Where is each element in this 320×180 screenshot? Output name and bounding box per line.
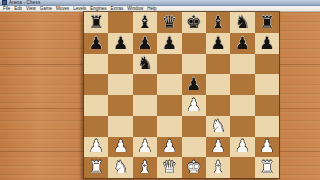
menu-item-view[interactable]: View bbox=[26, 6, 36, 11]
square-e7[interactable] bbox=[182, 33, 206, 54]
square-d8[interactable]: ♛ bbox=[157, 12, 181, 33]
black-pawn[interactable]: ♟ bbox=[137, 34, 152, 51]
square-f2[interactable]: ♟ bbox=[206, 137, 230, 158]
square-b7[interactable]: ♟ bbox=[108, 33, 132, 54]
square-g3[interactable] bbox=[230, 116, 254, 137]
square-e8[interactable]: ♚ bbox=[182, 12, 206, 33]
square-a1[interactable]: ♜ bbox=[84, 157, 108, 178]
black-pawn[interactable]: ♟ bbox=[113, 34, 128, 51]
black-knight[interactable]: ♞ bbox=[235, 13, 250, 30]
white-bishop[interactable]: ♝ bbox=[210, 159, 225, 176]
square-g4[interactable] bbox=[230, 95, 254, 116]
chess-board[interactable]: ♜♝♛♚♝♞♜♟♟♟♟♟♟♟♞♟♟♞♟♟♟♟♟♟♟♜♞♝♛♚♝♜ bbox=[83, 11, 280, 179]
square-c8[interactable]: ♝ bbox=[133, 12, 157, 33]
white-pawn[interactable]: ♟ bbox=[186, 96, 201, 113]
square-b4[interactable] bbox=[108, 95, 132, 116]
square-f8[interactable]: ♝ bbox=[206, 12, 230, 33]
square-d3[interactable] bbox=[157, 116, 181, 137]
black-pawn[interactable]: ♟ bbox=[235, 34, 250, 51]
square-a8[interactable]: ♜ bbox=[84, 12, 108, 33]
square-c5[interactable] bbox=[133, 74, 157, 95]
black-queen[interactable]: ♛ bbox=[162, 13, 177, 30]
square-e2[interactable] bbox=[182, 137, 206, 158]
white-rook[interactable]: ♜ bbox=[89, 159, 104, 176]
square-f6[interactable] bbox=[206, 54, 230, 75]
black-pawn[interactable]: ♟ bbox=[259, 34, 274, 51]
white-pawn[interactable]: ♟ bbox=[113, 138, 128, 155]
square-f5[interactable] bbox=[206, 74, 230, 95]
square-e6[interactable] bbox=[182, 54, 206, 75]
white-pawn[interactable]: ♟ bbox=[137, 138, 152, 155]
menu-item-edit[interactable]: Edit bbox=[14, 6, 22, 11]
square-a4[interactable] bbox=[84, 95, 108, 116]
square-f3[interactable]: ♞ bbox=[206, 116, 230, 137]
black-pawn[interactable]: ♟ bbox=[210, 34, 225, 51]
square-h5[interactable] bbox=[255, 74, 279, 95]
square-f4[interactable] bbox=[206, 95, 230, 116]
square-a2[interactable]: ♟ bbox=[84, 137, 108, 158]
square-g8[interactable]: ♞ bbox=[230, 12, 254, 33]
square-h3[interactable] bbox=[255, 116, 279, 137]
square-h1[interactable]: ♜ bbox=[255, 157, 279, 178]
white-pawn[interactable]: ♟ bbox=[259, 138, 274, 155]
square-b1[interactable]: ♞ bbox=[108, 157, 132, 178]
square-d1[interactable]: ♛ bbox=[157, 157, 181, 178]
black-pawn[interactable]: ♟ bbox=[162, 34, 177, 51]
black-rook[interactable]: ♜ bbox=[89, 13, 104, 30]
square-e5[interactable]: ♟ bbox=[182, 74, 206, 95]
square-g6[interactable] bbox=[230, 54, 254, 75]
square-e1[interactable]: ♚ bbox=[182, 157, 206, 178]
app-window: Arena - Chess FileEditViewGameMovesLevel… bbox=[0, 0, 320, 180]
white-pawn[interactable]: ♟ bbox=[235, 138, 250, 155]
white-rook[interactable]: ♜ bbox=[259, 159, 274, 176]
square-c3[interactable] bbox=[133, 116, 157, 137]
menu-item-moves[interactable]: Moves bbox=[56, 6, 69, 11]
square-g5[interactable] bbox=[230, 74, 254, 95]
white-knight[interactable]: ♞ bbox=[113, 159, 128, 176]
square-a6[interactable] bbox=[84, 54, 108, 75]
app-icon bbox=[2, 0, 7, 5]
square-h4[interactable] bbox=[255, 95, 279, 116]
black-pawn[interactable]: ♟ bbox=[89, 34, 104, 51]
square-b2[interactable]: ♟ bbox=[108, 137, 132, 158]
square-g7[interactable]: ♟ bbox=[230, 33, 254, 54]
black-king[interactable]: ♚ bbox=[186, 13, 201, 30]
square-d2[interactable]: ♟ bbox=[157, 137, 181, 158]
white-pawn[interactable]: ♟ bbox=[162, 138, 177, 155]
white-bishop[interactable]: ♝ bbox=[137, 159, 152, 176]
square-a7[interactable]: ♟ bbox=[84, 33, 108, 54]
square-e4[interactable]: ♟ bbox=[182, 95, 206, 116]
square-h2[interactable]: ♟ bbox=[255, 137, 279, 158]
square-d7[interactable]: ♟ bbox=[157, 33, 181, 54]
square-d6[interactable] bbox=[157, 54, 181, 75]
menu-item-file[interactable]: File bbox=[3, 6, 10, 11]
window-title: Arena - Chess bbox=[9, 0, 40, 5]
black-knight[interactable]: ♞ bbox=[137, 55, 152, 72]
square-c4[interactable] bbox=[133, 95, 157, 116]
square-c1[interactable]: ♝ bbox=[133, 157, 157, 178]
square-b8[interactable] bbox=[108, 12, 132, 33]
square-h6[interactable] bbox=[255, 54, 279, 75]
white-pawn[interactable]: ♟ bbox=[89, 138, 104, 155]
square-b6[interactable] bbox=[108, 54, 132, 75]
white-queen[interactable]: ♛ bbox=[162, 159, 177, 176]
white-knight[interactable]: ♞ bbox=[210, 117, 225, 134]
square-e3[interactable] bbox=[182, 116, 206, 137]
square-c2[interactable]: ♟ bbox=[133, 137, 157, 158]
square-c6[interactable]: ♞ bbox=[133, 54, 157, 75]
square-a3[interactable] bbox=[84, 116, 108, 137]
square-b5[interactable] bbox=[108, 74, 132, 95]
black-bishop[interactable]: ♝ bbox=[210, 13, 225, 30]
square-h8[interactable]: ♜ bbox=[255, 12, 279, 33]
square-h7[interactable]: ♟ bbox=[255, 33, 279, 54]
white-pawn[interactable]: ♟ bbox=[210, 138, 225, 155]
square-f7[interactable]: ♟ bbox=[206, 33, 230, 54]
black-rook[interactable]: ♜ bbox=[259, 13, 274, 30]
square-c7[interactable]: ♟ bbox=[133, 33, 157, 54]
square-g1[interactable] bbox=[230, 157, 254, 178]
square-g2[interactable]: ♟ bbox=[230, 137, 254, 158]
square-f1[interactable]: ♝ bbox=[206, 157, 230, 178]
black-bishop[interactable]: ♝ bbox=[137, 13, 152, 30]
menu-item-game[interactable]: Game bbox=[40, 6, 52, 11]
square-a5[interactable] bbox=[84, 74, 108, 95]
square-d4[interactable] bbox=[157, 95, 181, 116]
square-d5[interactable] bbox=[157, 74, 181, 95]
white-king[interactable]: ♚ bbox=[186, 159, 201, 176]
black-pawn[interactable]: ♟ bbox=[186, 76, 201, 93]
square-b3[interactable] bbox=[108, 116, 132, 137]
